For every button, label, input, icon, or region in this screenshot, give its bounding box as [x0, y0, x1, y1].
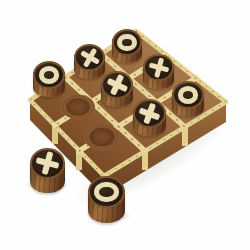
o-inlay-icon	[178, 86, 199, 104]
piece-o[interactable]	[33, 61, 65, 97]
o-inlay-icon	[117, 34, 136, 51]
piece-top	[172, 81, 204, 109]
piece-x[interactable]	[133, 99, 166, 136]
piece-top	[101, 71, 133, 99]
o-inlay-icon	[94, 182, 118, 203]
piece-top	[133, 99, 166, 128]
pieces-layer	[0, 0, 250, 250]
piece-x[interactable]	[101, 71, 133, 107]
piece-top	[143, 54, 174, 81]
piece-top	[112, 29, 142, 56]
o-inlay-icon	[39, 66, 60, 84]
piece-x[interactable]	[30, 148, 65, 193]
piece-o[interactable]	[112, 29, 142, 63]
piece-o[interactable]	[88, 176, 125, 223]
piece-o[interactable]	[172, 81, 204, 117]
piece-top	[30, 148, 65, 179]
piece-top	[74, 44, 105, 71]
piece-x[interactable]	[143, 54, 174, 89]
piece-top	[88, 176, 125, 208]
piece-top	[33, 61, 65, 89]
tic-tac-toe-photo	[0, 0, 250, 250]
